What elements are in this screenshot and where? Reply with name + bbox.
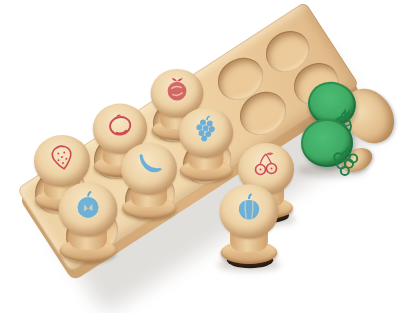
stamp-knob-top: [34, 135, 90, 187]
stamp-knob-top: [220, 184, 279, 239]
strawberry-print-wrap: [47, 142, 77, 172]
apple-print-wrap: [72, 190, 104, 221]
stamp-knob-top: [179, 107, 233, 157]
cherries-print-wrap: [251, 150, 281, 180]
stamp-knob-top: [59, 182, 118, 237]
stamp-knob-top: [121, 143, 177, 195]
grapes-outline-print: [327, 143, 363, 179]
grapes-print-wrap: [191, 114, 220, 143]
pumpkin-print-wrap: [233, 192, 265, 223]
apple-print: [72, 190, 104, 221]
plum-print: [103, 108, 138, 143]
stamp-apple-in-recess: [59, 182, 118, 266]
strawberry-print: [45, 140, 80, 175]
stamp-banana-in-recess: [121, 143, 177, 223]
banana-print-wrap: [134, 150, 164, 180]
photo-scene: [0, 0, 400, 313]
grapes-print: [190, 112, 223, 145]
stamp-face-grapes-outline: [301, 119, 354, 167]
plum-print-wrap: [105, 110, 134, 139]
peach-print-wrap: [163, 76, 191, 104]
stamp-grapes-blue-in-recess: [179, 107, 233, 185]
peach-print: [163, 76, 191, 104]
stamp-pumpkin-offboard: [220, 184, 279, 268]
cherries-print: [251, 150, 281, 180]
banana-print: [130, 146, 168, 184]
pumpkin-print: [233, 192, 265, 223]
